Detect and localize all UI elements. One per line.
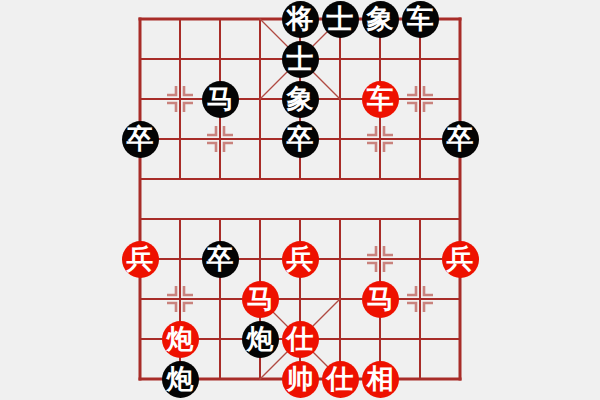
piece-black-advisor[interactable]: 士 bbox=[282, 41, 319, 78]
piece-black-advisor[interactable]: 士 bbox=[322, 1, 359, 38]
piece-black-soldier[interactable]: 卒 bbox=[202, 241, 239, 278]
piece-red-advisor[interactable]: 仕 bbox=[322, 361, 359, 398]
piece-black-soldier[interactable]: 卒 bbox=[122, 121, 159, 158]
piece-black-cannon[interactable]: 炮 bbox=[162, 361, 199, 398]
piece-black-elephant[interactable]: 象 bbox=[362, 1, 399, 38]
piece-red-chariot[interactable]: 车 bbox=[362, 81, 399, 118]
piece-red-soldier[interactable]: 兵 bbox=[122, 241, 159, 278]
piece-red-horse[interactable]: 马 bbox=[242, 281, 279, 318]
piece-black-soldier[interactable]: 卒 bbox=[442, 121, 479, 158]
piece-black-elephant[interactable]: 象 bbox=[282, 81, 319, 118]
piece-black-cannon[interactable]: 炮 bbox=[242, 321, 279, 358]
piece-red-soldier[interactable]: 兵 bbox=[282, 241, 319, 278]
piece-black-general[interactable]: 将 bbox=[282, 1, 319, 38]
piece-red-horse[interactable]: 马 bbox=[362, 281, 399, 318]
piece-black-chariot[interactable]: 车 bbox=[402, 1, 439, 38]
xiangqi-piece-layer: 将士象车士马象车卒卒卒兵卒兵兵马马炮炮仕炮帅仕相 bbox=[120, 0, 480, 399]
piece-black-soldier[interactable]: 卒 bbox=[282, 121, 319, 158]
piece-red-cannon[interactable]: 炮 bbox=[162, 321, 199, 358]
xiangqi-board-area: 将士象车士马象车卒卒卒兵卒兵兵马马炮炮仕炮帅仕相 bbox=[0, 0, 600, 400]
piece-red-elephant[interactable]: 相 bbox=[362, 361, 399, 398]
piece-red-general[interactable]: 帅 bbox=[282, 361, 319, 398]
piece-red-soldier[interactable]: 兵 bbox=[442, 241, 479, 278]
piece-red-advisor[interactable]: 仕 bbox=[282, 321, 319, 358]
piece-black-horse[interactable]: 马 bbox=[202, 81, 239, 118]
